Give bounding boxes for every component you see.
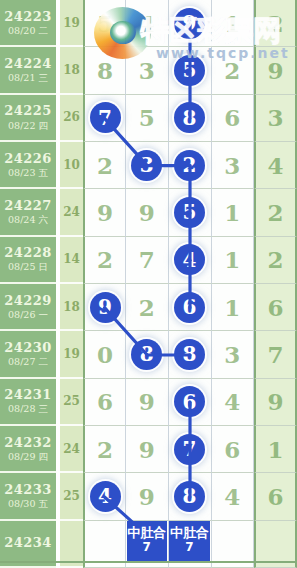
digit-cell: 5	[83, 0, 126, 47]
issue-cell: 2422908/26 一	[0, 284, 56, 331]
digit: 3	[139, 57, 155, 84]
sum-cell: 18	[60, 284, 83, 331]
chart-grid: 2422308/20 二19549122422408/21 三188352924…	[0, 0, 297, 568]
issue-date: 08/29 四	[8, 451, 48, 463]
issue-date: 08/21 三	[8, 72, 48, 84]
digit: 2	[267, 10, 283, 37]
digit-cell: 6	[169, 379, 212, 426]
digit: 1	[224, 10, 240, 37]
digit: 6	[224, 436, 240, 463]
sum-cell: 24	[60, 426, 83, 473]
digit-cell: 3	[126, 142, 169, 189]
digit-cell: 8	[169, 95, 212, 142]
digit: 1	[267, 436, 283, 463]
digit: 3	[224, 341, 240, 368]
connector-box-value: 7	[143, 541, 151, 555]
connector-box: 中肚合7	[127, 521, 168, 561]
circled-digit: 5	[174, 197, 205, 228]
digit-cell: 6	[212, 95, 255, 142]
digit: 2	[267, 199, 283, 226]
issue-date: 08/24 六	[8, 214, 48, 226]
digit: 1	[224, 294, 240, 321]
digit-cell: 4	[83, 473, 126, 520]
issue-cell: 2423308/30 五	[0, 473, 56, 520]
digit: 2	[97, 246, 113, 273]
digit-cell: 1	[212, 284, 255, 331]
digit: 2	[97, 152, 113, 179]
issue-cell: 2422708/24 六	[0, 189, 56, 236]
digit: 5	[139, 104, 155, 131]
digit-cell: 4	[254, 142, 297, 189]
digit: 3	[267, 104, 283, 131]
digit-cell: 1	[212, 237, 255, 284]
issue-cell: 2423008/27 二	[0, 331, 56, 378]
digit-cell: 8	[169, 473, 212, 520]
digit-cell: 4	[169, 237, 212, 284]
table-bottom-border	[0, 561, 297, 563]
circled-digit: 2	[174, 150, 205, 181]
digit-cell: 5	[169, 189, 212, 236]
circled-digit: 8	[174, 481, 205, 512]
digit-cell: 3	[212, 142, 255, 189]
digit-cell: 8	[169, 331, 212, 378]
circled-digit: 3	[131, 150, 162, 181]
circled-digit: 8	[131, 339, 162, 370]
connector-box-label: 中肚合	[127, 526, 166, 541]
issue-date: 08/30 五	[8, 498, 48, 510]
digit-cell: 3	[126, 47, 169, 94]
issue-date: 08/28 三	[8, 403, 48, 415]
digit: 1	[224, 199, 240, 226]
issue-number: 24226	[4, 151, 52, 167]
connector-box-label: 中肚合	[170, 526, 209, 541]
digit: 9	[139, 199, 155, 226]
circled-digit: 6	[174, 292, 205, 323]
issue-date: 08/25 日	[8, 261, 48, 273]
issue-date: 08/23 五	[8, 167, 48, 179]
digit: 9	[139, 388, 155, 415]
digit-cell: 2	[83, 237, 126, 284]
digit-cell: 8	[83, 47, 126, 94]
digit-cell: 9	[126, 189, 169, 236]
circled-digit: 7	[174, 434, 205, 465]
digit: 2	[224, 57, 240, 84]
digit-cell: 2	[83, 426, 126, 473]
issue-date: 08/26 一	[8, 309, 48, 321]
digit: 2	[97, 436, 113, 463]
digit: 5	[97, 10, 113, 37]
sum-cell: 18	[60, 47, 83, 94]
issue-date: 08/27 二	[8, 356, 48, 368]
issue-number: 24234	[4, 535, 52, 551]
digit-cell: 2	[254, 189, 297, 236]
sum-cell: 26	[60, 95, 83, 142]
digit-cell: 6	[254, 284, 297, 331]
digit-cell: 4	[212, 473, 255, 520]
sum-cell: 24	[60, 189, 83, 236]
issue-date: 08/20 二	[8, 25, 48, 37]
digit: 0	[97, 341, 113, 368]
issue-number: 24230	[4, 340, 52, 356]
digit: 8	[97, 57, 113, 84]
digit-cell: 1	[254, 426, 297, 473]
digit: 7	[139, 246, 155, 273]
digit-cell: 6	[169, 284, 212, 331]
issue-number: 24233	[4, 482, 52, 498]
digit-cell: 4	[126, 0, 169, 47]
digit-cell: 9	[126, 426, 169, 473]
digit: 4	[139, 10, 155, 37]
digit-cell: 5	[169, 47, 212, 94]
sum-cell: 19	[60, 331, 83, 378]
digit: 6	[267, 483, 283, 510]
issue-number: 24231	[4, 387, 52, 403]
digit-cell: 2	[126, 284, 169, 331]
digit: 9	[139, 436, 155, 463]
digit-cell: 2	[254, 237, 297, 284]
issue-number: 24227	[4, 198, 52, 214]
digit-cell: 0	[83, 331, 126, 378]
digit-cell: 9	[126, 379, 169, 426]
sum-cell: 19	[60, 0, 83, 47]
circled-digit: 6	[174, 386, 205, 417]
lottery-trend-chart: 2422308/20 二19549122422408/21 三188352924…	[0, 0, 297, 568]
digit-cell: 9	[169, 0, 212, 47]
sum-cell: 10	[60, 142, 83, 189]
digit-cell: 3	[212, 331, 255, 378]
issue-cell: 2423208/29 四	[0, 426, 56, 473]
digit-cell: 9	[254, 379, 297, 426]
digit-cell: 7	[126, 237, 169, 284]
digit-cell: 9	[83, 284, 126, 331]
digit-cell: 8	[126, 331, 169, 378]
circled-digit: 4	[90, 481, 121, 512]
issue-number: 24228	[4, 245, 52, 261]
digit: 6	[224, 104, 240, 131]
connector-box-value: 7	[185, 541, 193, 555]
digit-cell: 3	[254, 95, 297, 142]
digit: 7	[267, 341, 283, 368]
digit: 1	[224, 246, 240, 273]
digit-cell: 2	[169, 142, 212, 189]
circled-digit: 7	[90, 102, 121, 133]
issue-number: 24232	[4, 435, 52, 451]
digit-cell: 7	[254, 331, 297, 378]
digit: 9	[139, 483, 155, 510]
digit-cell: 6	[83, 379, 126, 426]
digit: 4	[267, 152, 283, 179]
issue-date: 08/22 四	[8, 120, 48, 132]
digit: 2	[139, 294, 155, 321]
circled-digit: 8	[174, 339, 205, 370]
digit: 4	[224, 388, 240, 415]
digit-cell: 9	[254, 47, 297, 94]
digit-cell: 9	[126, 473, 169, 520]
digit-cell: 4	[212, 379, 255, 426]
digit-cell: 2	[83, 142, 126, 189]
digit-cell: 2	[212, 47, 255, 94]
digit: 9	[267, 57, 283, 84]
digit: 9	[267, 388, 283, 415]
issue-cell: 2423108/28 三	[0, 379, 56, 426]
circled-digit: 9	[174, 8, 205, 39]
issue-cell: 2422308/20 二	[0, 0, 56, 47]
digit: 4	[224, 483, 240, 510]
digit-cell: 9	[83, 189, 126, 236]
circled-digit: 5	[174, 55, 205, 86]
issue-number: 24223	[4, 9, 52, 25]
issue-number: 24224	[4, 56, 52, 72]
circled-digit: 4	[174, 244, 205, 275]
digit-cell: 5	[126, 95, 169, 142]
issue-number: 24225	[4, 103, 52, 119]
connector-box: 中肚合7	[169, 521, 210, 561]
digit: 6	[97, 388, 113, 415]
digit: 9	[97, 199, 113, 226]
digit-cell: 6	[212, 426, 255, 473]
digit-cell: 1	[212, 0, 255, 47]
digit: 2	[267, 246, 283, 273]
issue-cell: 2422808/25 日	[0, 237, 56, 284]
digit-cell: 6	[254, 473, 297, 520]
digit: 3	[224, 152, 240, 179]
digit-cell: 1	[212, 189, 255, 236]
circled-digit: 8	[174, 102, 205, 133]
digit-cell: 7	[83, 95, 126, 142]
digit-cell: 7	[169, 426, 212, 473]
issue-number: 24229	[4, 293, 52, 309]
issue-cell: 2422608/23 五	[0, 142, 56, 189]
digit: 6	[267, 294, 283, 321]
circled-digit: 9	[90, 292, 121, 323]
sum-cell: 14	[60, 237, 83, 284]
issue-cell: 2422408/21 三	[0, 47, 56, 94]
digit-cell: 2	[254, 0, 297, 47]
sum-cell: 25	[60, 473, 83, 520]
issue-cell: 2422508/22 四	[0, 95, 56, 142]
sum-cell: 25	[60, 379, 83, 426]
